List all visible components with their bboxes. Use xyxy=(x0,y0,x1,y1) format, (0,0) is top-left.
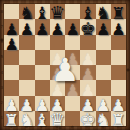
chess-board: ♞♝♛♝♞♜♟♟♟♟♟♚♟♟♟♟♟♟♟♟♟♟♟♟♟♟♟♟♟♟♜♞♝♛♚♞♜♟ xyxy=(4,4,126,126)
square-g2[interactable]: ♟ xyxy=(96,96,111,111)
square-c5[interactable] xyxy=(35,50,50,65)
square-b7[interactable]: ♟ xyxy=(19,19,34,34)
rank-label-5: 5 xyxy=(1,55,4,59)
white-queen[interactable]: ♛ xyxy=(49,111,65,129)
square-h7[interactable]: ♟ xyxy=(111,19,126,34)
white-bishop[interactable]: ♝ xyxy=(35,112,50,129)
square-c1[interactable]: ♝ xyxy=(35,111,50,126)
square-d7[interactable]: ♟ xyxy=(50,19,65,34)
rank-label-6: 6 xyxy=(1,40,4,44)
dragged-white-pawn[interactable]: ♟ xyxy=(51,54,80,86)
black-pawn[interactable]: ♟ xyxy=(50,22,64,38)
square-h2[interactable]: ♟ xyxy=(111,96,126,111)
square-g8[interactable]: ♞ xyxy=(96,4,111,19)
square-b8[interactable]: ♞ xyxy=(19,4,34,19)
black-pawn[interactable]: ♟ xyxy=(111,22,125,38)
square-g1[interactable]: ♞ xyxy=(96,111,111,126)
rank-label-7: 7 xyxy=(1,25,4,29)
square-h1[interactable]: ♜ xyxy=(111,111,126,126)
rank-label-3: 3 xyxy=(1,86,4,90)
rank-label-8: 8 xyxy=(1,10,4,14)
square-a4[interactable] xyxy=(4,65,19,80)
square-a1[interactable]: ♜ xyxy=(4,111,19,126)
square-c3[interactable] xyxy=(35,80,50,95)
square-c8[interactable]: ♝ xyxy=(35,4,50,19)
square-h5[interactable] xyxy=(111,50,126,65)
square-f1[interactable]: ♚ xyxy=(80,111,95,126)
white-king[interactable]: ♚ xyxy=(80,111,96,129)
black-pawn[interactable]: ♟ xyxy=(4,37,18,53)
square-g5[interactable] xyxy=(96,50,111,65)
black-pawn[interactable]: ♟ xyxy=(96,22,110,38)
white-rook[interactable]: ♜ xyxy=(4,113,18,129)
square-c7[interactable]: ♟ xyxy=(35,19,50,34)
square-h4[interactable] xyxy=(111,65,126,80)
rank-label-1: 1 xyxy=(1,116,4,120)
white-knight[interactable]: ♞ xyxy=(19,112,34,129)
white-knight[interactable]: ♞ xyxy=(96,112,111,129)
square-b3[interactable] xyxy=(19,80,34,95)
black-pawn[interactable]: ♟ xyxy=(20,22,34,38)
square-a3[interactable] xyxy=(4,80,19,95)
square-h3[interactable] xyxy=(111,80,126,95)
square-e7[interactable]: ♟ xyxy=(65,19,80,34)
square-e8[interactable] xyxy=(65,4,80,19)
square-c4[interactable] xyxy=(35,65,50,80)
square-f3[interactable]: ♟ xyxy=(80,80,95,95)
black-king[interactable]: ♚ xyxy=(80,20,96,38)
square-d1[interactable]: ♛ xyxy=(50,111,65,126)
square-g7[interactable]: ♟ xyxy=(96,19,111,34)
rank-label-4: 4 xyxy=(1,71,4,75)
square-b1[interactable]: ♞ xyxy=(19,111,34,126)
black-pawn[interactable]: ♟ xyxy=(35,22,49,38)
square-g3[interactable] xyxy=(96,80,111,95)
square-f7[interactable]: ♚ xyxy=(80,19,95,34)
square-a2[interactable]: ♟ xyxy=(4,96,19,111)
rank-label-2: 2 xyxy=(1,101,4,105)
file-label-e: e xyxy=(71,125,73,129)
square-a6[interactable]: ♟ xyxy=(4,35,19,50)
chess-app-window: ♞♝♛♝♞♜♟♟♟♟♟♚♟♟♟♟♟♟♟♟♟♟♟♟♟♟♟♟♟♟♜♞♝♛♚♞♜♟ 8… xyxy=(0,0,130,130)
square-h8[interactable]: ♜ xyxy=(111,4,126,19)
square-g4[interactable] xyxy=(96,65,111,80)
square-c2[interactable]: ♟ xyxy=(35,96,50,111)
square-b4[interactable] xyxy=(19,65,34,80)
black-pawn[interactable]: ♟ xyxy=(65,22,79,38)
square-b2[interactable]: ♟ xyxy=(19,96,34,111)
white-rook[interactable]: ♜ xyxy=(111,113,125,129)
square-f4[interactable]: ♟ xyxy=(80,65,95,80)
square-a8[interactable] xyxy=(4,4,19,19)
square-f5[interactable]: ♟ xyxy=(80,50,95,65)
square-b5[interactable] xyxy=(19,50,34,65)
square-a7[interactable]: ♟ xyxy=(4,19,19,34)
square-d8[interactable]: ♛ xyxy=(50,4,65,19)
